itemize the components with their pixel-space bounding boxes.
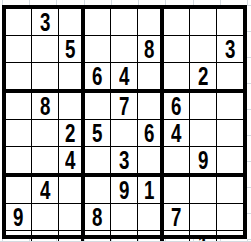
cell-r1c1[interactable] bbox=[6, 9, 32, 36]
cell-r6c7[interactable] bbox=[164, 147, 190, 177]
given-digit: 5 bbox=[65, 36, 75, 62]
cell-r3c2[interactable] bbox=[32, 63, 58, 93]
spreadsheet-gridline-tick bbox=[247, 31, 251, 32]
given-digit: 6 bbox=[171, 93, 181, 119]
cell-r4c6[interactable] bbox=[138, 93, 164, 120]
cell-r6c8[interactable]: 9 bbox=[190, 147, 216, 177]
spreadsheet-gridline-tick bbox=[29, 0, 30, 5]
given-digit: 4 bbox=[171, 120, 181, 146]
cell-r2c1[interactable] bbox=[6, 36, 32, 63]
spreadsheet-gridline-tick bbox=[111, 0, 112, 5]
cell-r6c5[interactable]: 3 bbox=[111, 147, 137, 177]
cell-r5c2[interactable] bbox=[32, 120, 58, 147]
cell-r2c6[interactable]: 8 bbox=[138, 36, 164, 63]
cell-r6c2[interactable] bbox=[32, 147, 58, 177]
given-digit: 2 bbox=[65, 120, 75, 146]
cell-r8c9[interactable] bbox=[217, 204, 243, 231]
cell-r5c6[interactable]: 6 bbox=[138, 120, 164, 147]
spreadsheet-gridline-tick bbox=[2, 0, 3, 5]
cell-r7c3[interactable] bbox=[59, 177, 85, 204]
cell-r7c2[interactable]: 4 bbox=[32, 177, 58, 204]
cell-r5c1[interactable] bbox=[6, 120, 32, 147]
spreadsheet-gridline-tick bbox=[247, 135, 251, 136]
cell-r4c9[interactable] bbox=[217, 93, 243, 120]
cell-r5c7[interactable]: 4 bbox=[164, 120, 190, 147]
cell-r4c5[interactable]: 7 bbox=[111, 93, 137, 120]
spreadsheet-gridline-tick bbox=[247, 5, 251, 6]
given-digit: 9 bbox=[13, 204, 23, 230]
cell-r1c5[interactable] bbox=[111, 9, 137, 36]
cell-r3c6[interactable] bbox=[138, 63, 164, 93]
cell-r7c5[interactable]: 9 bbox=[111, 177, 137, 204]
given-digit: 4 bbox=[65, 147, 75, 173]
cell-r6c6[interactable] bbox=[138, 147, 164, 177]
cell-r5c8[interactable] bbox=[190, 120, 216, 147]
spreadsheet-gridline-tick bbox=[165, 0, 166, 5]
given-digit: 4 bbox=[119, 63, 129, 89]
spreadsheet-gridline-tick bbox=[220, 0, 221, 5]
cell-r2c4[interactable] bbox=[85, 36, 111, 63]
cell-r5c4[interactable]: 5 bbox=[85, 120, 111, 147]
cell-r1c9[interactable] bbox=[217, 9, 243, 36]
cell-r4c3[interactable] bbox=[59, 93, 85, 120]
given-digit: 3 bbox=[119, 147, 129, 173]
cell-r2c3[interactable]: 5 bbox=[59, 36, 85, 63]
cell-r4c1[interactable] bbox=[6, 93, 32, 120]
cell-r5c9[interactable] bbox=[217, 120, 243, 147]
given-digit: 9 bbox=[198, 147, 208, 173]
sudoku-page: 358364287625644394919871 bbox=[0, 0, 251, 242]
cell-r8c8[interactable] bbox=[190, 204, 216, 231]
cell-r1c2[interactable]: 3 bbox=[32, 9, 58, 36]
cell-r8c4[interactable]: 8 bbox=[85, 204, 111, 231]
given-digit: 7 bbox=[171, 204, 181, 230]
cell-r8c1[interactable]: 9 bbox=[6, 204, 32, 231]
cell-r2c2[interactable] bbox=[32, 36, 58, 63]
spreadsheet-gridline-tick bbox=[247, 109, 251, 110]
cell-r7c4[interactable] bbox=[85, 177, 111, 204]
sudoku-board: 358364287625644394919871 bbox=[2, 5, 247, 239]
given-digit: 1 bbox=[144, 177, 154, 203]
spreadsheet-gridline-tick bbox=[138, 0, 139, 5]
cell-r3c4[interactable]: 6 bbox=[85, 63, 111, 93]
cell-r3c9[interactable] bbox=[217, 63, 243, 93]
cell-r1c8[interactable] bbox=[190, 9, 216, 36]
given-digit: 4 bbox=[40, 177, 50, 203]
cell-r4c4[interactable] bbox=[85, 93, 111, 120]
cell-r4c7[interactable]: 6 bbox=[164, 93, 190, 120]
cell-r1c3[interactable] bbox=[59, 9, 85, 36]
cell-r8c2[interactable] bbox=[32, 204, 58, 231]
spreadsheet-gridline-tick bbox=[56, 0, 57, 5]
spreadsheet-gridline-tick bbox=[247, 239, 251, 240]
cell-r6c9[interactable] bbox=[217, 147, 243, 177]
given-digit: 6 bbox=[144, 120, 154, 146]
cell-r7c6[interactable]: 1 bbox=[138, 177, 164, 204]
spreadsheet-gridline-tick bbox=[247, 161, 251, 162]
cell-r3c5[interactable]: 4 bbox=[111, 63, 137, 93]
cell-r4c2[interactable]: 8 bbox=[32, 93, 58, 120]
cell-r7c8[interactable] bbox=[190, 177, 216, 204]
spreadsheet-gridline-tick bbox=[84, 0, 85, 5]
cell-r3c8[interactable]: 2 bbox=[190, 63, 216, 93]
cell-r6c4[interactable] bbox=[85, 147, 111, 177]
given-digit: 8 bbox=[144, 36, 154, 62]
cell-r2c8[interactable] bbox=[190, 36, 216, 63]
cell-r3c3[interactable] bbox=[59, 63, 85, 93]
cell-r7c7[interactable] bbox=[164, 177, 190, 204]
given-digit: 8 bbox=[92, 204, 102, 230]
given-digit: 8 bbox=[40, 93, 50, 119]
cell-r2c5[interactable] bbox=[111, 36, 137, 63]
given-digit: 6 bbox=[92, 63, 102, 89]
spreadsheet-gridline-tick bbox=[247, 57, 251, 58]
cell-r6c3[interactable]: 4 bbox=[59, 147, 85, 177]
cell-r4c8[interactable] bbox=[190, 93, 216, 120]
given-digit: 2 bbox=[198, 63, 208, 89]
spreadsheet-gridline-tick bbox=[247, 213, 251, 214]
cell-r5c3[interactable]: 2 bbox=[59, 120, 85, 147]
given-digit: 7 bbox=[119, 93, 129, 119]
cell-r1c4[interactable] bbox=[85, 9, 111, 36]
cell-r5c5[interactable] bbox=[111, 120, 137, 147]
cell-r1c6[interactable] bbox=[138, 9, 164, 36]
cell-r8c5[interactable] bbox=[111, 204, 137, 231]
cell-r8c7[interactable]: 7 bbox=[164, 204, 190, 231]
given-digit: 9 bbox=[119, 177, 129, 203]
cell-r8c6[interactable] bbox=[138, 204, 164, 231]
given-digit: 3 bbox=[225, 36, 235, 62]
given-digit: 5 bbox=[92, 120, 102, 146]
cell-r7c9[interactable] bbox=[217, 177, 243, 204]
cell-r2c9[interactable]: 3 bbox=[217, 36, 243, 63]
cell-r7c1[interactable] bbox=[6, 177, 32, 204]
cell-r3c1[interactable] bbox=[6, 63, 32, 93]
spreadsheet-gridline-tick bbox=[247, 0, 248, 5]
cell-r3c7[interactable] bbox=[164, 63, 190, 93]
cell-r6c1[interactable] bbox=[6, 147, 32, 177]
spreadsheet-gridline-tick bbox=[247, 83, 251, 84]
cell-r8c3[interactable] bbox=[59, 204, 85, 231]
spreadsheet-gridline-tick bbox=[193, 0, 194, 5]
cell-r2c7[interactable] bbox=[164, 36, 190, 63]
given-digit: 3 bbox=[40, 9, 50, 35]
cell-r1c7[interactable] bbox=[164, 9, 190, 36]
spreadsheet-gridline-tick bbox=[247, 187, 251, 188]
